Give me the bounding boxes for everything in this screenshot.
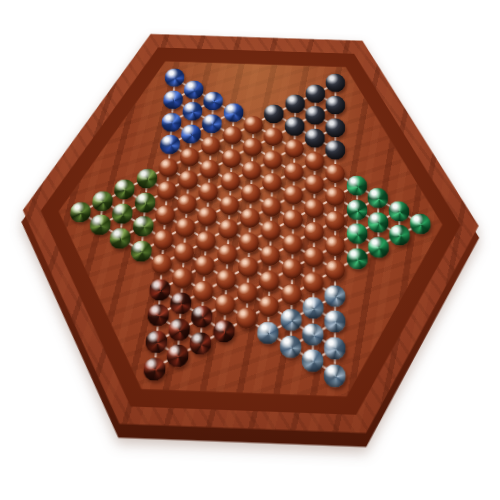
marble-brown[interactable] bbox=[258, 296, 279, 318]
marble-grey[interactable] bbox=[302, 323, 324, 346]
marble-brown[interactable] bbox=[197, 206, 218, 226]
marble-brown[interactable] bbox=[152, 229, 174, 250]
marble-malachite[interactable] bbox=[368, 236, 390, 258]
marble-brown[interactable] bbox=[281, 258, 302, 279]
marble-black[interactable] bbox=[326, 74, 346, 93]
marble-brown[interactable] bbox=[283, 185, 303, 205]
marble-grey[interactable] bbox=[324, 285, 346, 308]
marble-red[interactable] bbox=[146, 304, 169, 327]
marble-brown[interactable] bbox=[219, 195, 240, 215]
marble-brown[interactable] bbox=[325, 187, 345, 207]
marble-red[interactable] bbox=[144, 330, 168, 354]
marble-green[interactable] bbox=[131, 216, 154, 238]
marble-black[interactable] bbox=[264, 104, 285, 124]
marble-brown[interactable] bbox=[241, 184, 261, 204]
marble-brown[interactable] bbox=[304, 222, 324, 243]
marble-red[interactable] bbox=[189, 332, 212, 356]
marble-brown[interactable] bbox=[193, 280, 215, 302]
marble-brown[interactable] bbox=[214, 294, 236, 316]
marble-red[interactable] bbox=[168, 318, 191, 341]
marble-brown[interactable] bbox=[260, 245, 281, 266]
marble-red[interactable] bbox=[142, 357, 166, 381]
marble-brown[interactable] bbox=[238, 257, 259, 278]
marble-grey[interactable] bbox=[279, 335, 301, 359]
marble-brown[interactable] bbox=[196, 231, 217, 252]
marble-green[interactable] bbox=[111, 203, 134, 224]
marble-brown[interactable] bbox=[304, 198, 324, 218]
marble-blue[interactable] bbox=[162, 90, 183, 109]
marble-brown[interactable] bbox=[325, 260, 346, 281]
marble-brown[interactable] bbox=[325, 235, 345, 256]
marble-brown[interactable] bbox=[261, 197, 281, 217]
marble-blue[interactable] bbox=[203, 91, 224, 110]
marble-brown[interactable] bbox=[325, 211, 345, 231]
marble-brown[interactable] bbox=[200, 159, 221, 179]
marble-red[interactable] bbox=[169, 292, 192, 315]
marble-brown[interactable] bbox=[236, 308, 258, 330]
marble-blue[interactable] bbox=[159, 135, 181, 155]
marble-brown[interactable] bbox=[305, 151, 325, 170]
marble-brown[interactable] bbox=[176, 194, 197, 214]
marble-blue[interactable] bbox=[202, 113, 223, 133]
marble-brown[interactable] bbox=[151, 254, 173, 275]
marble-brown[interactable] bbox=[218, 219, 239, 240]
marble-brown[interactable] bbox=[156, 181, 177, 201]
marble-black[interactable] bbox=[304, 128, 325, 148]
marble-brown[interactable] bbox=[215, 269, 236, 290]
marble-brown[interactable] bbox=[243, 115, 263, 134]
marble-brown[interactable] bbox=[240, 208, 261, 228]
marble-brown[interactable] bbox=[173, 242, 194, 263]
marble-black[interactable] bbox=[284, 116, 305, 136]
marble-brown[interactable] bbox=[175, 218, 196, 239]
marble-brown[interactable] bbox=[154, 205, 175, 225]
marble-brown[interactable] bbox=[220, 172, 241, 192]
marble-green[interactable] bbox=[89, 214, 112, 236]
marble-brown[interactable] bbox=[264, 127, 284, 146]
marble-brown[interactable] bbox=[259, 270, 280, 291]
marble-blue[interactable] bbox=[183, 80, 204, 99]
marble-green[interactable] bbox=[69, 202, 92, 223]
marble-brown[interactable] bbox=[221, 148, 241, 167]
marble-grey[interactable] bbox=[324, 337, 346, 361]
marble-green[interactable] bbox=[91, 190, 114, 211]
marble-brown[interactable] bbox=[201, 136, 221, 155]
marble-green[interactable] bbox=[133, 192, 155, 213]
marble-brown[interactable] bbox=[282, 234, 303, 255]
marble-grey[interactable] bbox=[324, 310, 346, 333]
marble-green[interactable] bbox=[135, 168, 157, 189]
marble-brown[interactable] bbox=[304, 174, 324, 194]
marble-brown[interactable] bbox=[262, 173, 282, 193]
marble-brown[interactable] bbox=[283, 162, 303, 182]
marble-black[interactable] bbox=[325, 95, 345, 115]
marble-brown[interactable] bbox=[242, 161, 262, 181]
marble-grey[interactable] bbox=[301, 349, 323, 373]
marble-black[interactable] bbox=[325, 140, 346, 160]
marble-brown[interactable] bbox=[284, 139, 304, 158]
marble-blue[interactable] bbox=[180, 124, 201, 144]
marble-green[interactable] bbox=[129, 240, 152, 262]
marble-grey[interactable] bbox=[324, 363, 346, 387]
marble-malachite[interactable] bbox=[346, 248, 367, 270]
marble-brown[interactable] bbox=[281, 284, 302, 306]
marble-brown[interactable] bbox=[239, 232, 260, 253]
marble-red[interactable] bbox=[148, 278, 171, 301]
marble-red[interactable] bbox=[166, 344, 189, 368]
marble-black[interactable] bbox=[325, 118, 345, 138]
marble-brown[interactable] bbox=[222, 126, 242, 145]
marble-brown[interactable] bbox=[242, 138, 262, 157]
marble-blue[interactable] bbox=[161, 112, 182, 132]
marble-brown[interactable] bbox=[303, 247, 324, 268]
marble-black[interactable] bbox=[305, 84, 325, 103]
marble-black[interactable] bbox=[305, 106, 325, 126]
marble-malachite[interactable] bbox=[346, 175, 367, 196]
marble-grey[interactable] bbox=[257, 321, 280, 344]
marble-grey[interactable] bbox=[302, 297, 324, 320]
marble-malachite[interactable] bbox=[389, 225, 411, 247]
marble-brown[interactable] bbox=[216, 244, 237, 265]
marble-blue[interactable] bbox=[164, 68, 185, 87]
marble-green[interactable] bbox=[109, 227, 132, 249]
marble-brown[interactable] bbox=[263, 150, 283, 169]
marble-brown[interactable] bbox=[178, 170, 199, 190]
marbles-layer bbox=[0, 13, 500, 500]
marble-brown[interactable] bbox=[261, 221, 282, 242]
marble-grey[interactable] bbox=[280, 309, 302, 332]
marble-brown[interactable] bbox=[158, 158, 179, 178]
marble-brown[interactable] bbox=[325, 164, 345, 184]
marble-malachite[interactable] bbox=[388, 200, 409, 221]
marble-brown[interactable] bbox=[172, 267, 194, 288]
marble-black[interactable] bbox=[285, 94, 305, 114]
marble-blue[interactable] bbox=[182, 102, 203, 122]
marble-brown[interactable] bbox=[179, 147, 200, 166]
marble-red[interactable] bbox=[191, 306, 214, 329]
marble-red[interactable] bbox=[212, 319, 235, 342]
marble-malachite[interactable] bbox=[410, 213, 432, 234]
marble-brown[interactable] bbox=[237, 282, 258, 304]
marble-malachite[interactable] bbox=[346, 199, 367, 220]
marble-blue[interactable] bbox=[223, 103, 244, 123]
marble-malachite[interactable] bbox=[346, 223, 367, 245]
marble-brown[interactable] bbox=[303, 272, 324, 293]
marble-malachite[interactable] bbox=[367, 188, 388, 209]
marble-brown[interactable] bbox=[282, 209, 302, 229]
product-photo bbox=[0, 0, 500, 500]
marble-brown[interactable] bbox=[194, 255, 215, 276]
marble-malachite[interactable] bbox=[367, 212, 388, 233]
marble-green[interactable] bbox=[113, 179, 135, 200]
marble-brown[interactable] bbox=[198, 183, 219, 203]
board-3d-wrapper bbox=[0, 13, 500, 500]
